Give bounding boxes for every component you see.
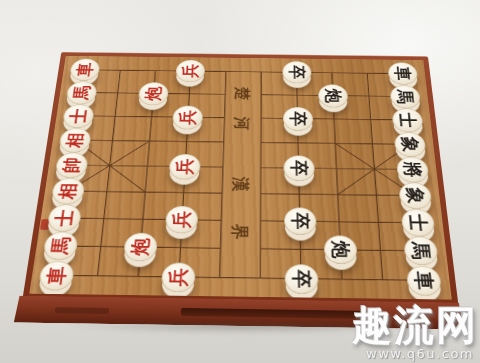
piece-character: 馬 (67, 82, 98, 104)
piece-red-炮[interactable]: 炮 (123, 233, 158, 262)
piece-red-相[interactable]: 相 (51, 178, 86, 205)
piece-character: 將 (397, 157, 429, 181)
piece-character: 車 (406, 266, 440, 294)
piece-character: 卒 (283, 62, 311, 83)
piece-character: 士 (48, 205, 82, 231)
piece-character: 炮 (124, 234, 157, 261)
piece-black-炮[interactable]: 炮 (318, 84, 349, 107)
piece-character: 相 (59, 128, 91, 151)
hinge-notch (54, 307, 108, 313)
watermark: 趣流网 www.q6u.com (352, 304, 478, 361)
photo-background: 楚河漢界 車馬士相帥相士馬車炮炮兵兵兵兵兵卒卒卒卒卒炮炮車馬士象將象士馬車 趣流… (0, 0, 480, 363)
piece-red-兵[interactable]: 兵 (165, 206, 199, 234)
piece-black-卒[interactable]: 卒 (284, 264, 318, 294)
piece-character: 車 (39, 261, 74, 289)
piece-character: 車 (70, 59, 100, 80)
piece-character: 卒 (285, 265, 317, 293)
piece-black-將[interactable]: 將 (396, 157, 430, 183)
watermark-site-name: 趣流网 (352, 304, 478, 346)
piece-character: 炮 (324, 236, 356, 263)
piece-red-士[interactable]: 士 (62, 104, 95, 128)
piece-black-馬[interactable]: 馬 (403, 237, 439, 266)
piece-character: 兵 (176, 61, 204, 82)
piece-red-帥[interactable]: 帥 (55, 152, 89, 178)
piece-red-馬[interactable]: 馬 (66, 81, 99, 104)
piece-black-卒[interactable]: 卒 (282, 107, 313, 131)
piece-black-炮[interactable]: 炮 (323, 236, 357, 265)
piece-character: 卒 (284, 208, 315, 234)
watermark-site-url: www.q6u.com (352, 346, 478, 361)
piece-black-象[interactable]: 象 (398, 182, 432, 209)
piece-character: 卒 (283, 107, 312, 130)
piece-black-馬[interactable]: 馬 (389, 85, 421, 108)
piece-character: 士 (392, 109, 423, 132)
piece-black-士[interactable]: 士 (391, 108, 423, 132)
piece-character: 炮 (319, 85, 348, 107)
piece-character: 象 (399, 183, 431, 208)
piece-black-車[interactable]: 車 (387, 62, 418, 85)
piece-black-象[interactable]: 象 (393, 132, 426, 157)
piece-character: 炮 (139, 82, 169, 104)
piece-character: 馬 (43, 233, 77, 260)
piece-character: 兵 (162, 263, 195, 291)
piece-red-相[interactable]: 相 (58, 128, 92, 153)
piece-character: 兵 (173, 106, 202, 129)
piece-red-兵[interactable]: 兵 (172, 105, 203, 129)
piece-character: 兵 (166, 207, 198, 233)
piece-character: 士 (63, 105, 94, 128)
piece-red-馬[interactable]: 馬 (42, 232, 79, 261)
piece-character: 卒 (284, 156, 314, 180)
drawer-slot (180, 308, 369, 319)
piece-character: 相 (52, 179, 85, 204)
piece-character: 象 (394, 133, 425, 157)
piece-red-車[interactable]: 車 (69, 59, 101, 81)
piece-red-兵[interactable]: 兵 (175, 60, 205, 83)
piece-red-士[interactable]: 士 (47, 204, 83, 232)
piece-character: 士 (401, 210, 434, 236)
xiangqi-board[interactable]: 楚河漢界 車馬士相帥相士馬車炮炮兵兵兵兵兵卒卒卒卒卒炮炮車馬士象將象士馬車 (22, 52, 458, 305)
piece-red-炮[interactable]: 炮 (138, 82, 169, 105)
piece-black-車[interactable]: 車 (405, 265, 442, 295)
piece-red-兵[interactable]: 兵 (169, 154, 201, 180)
pieces-layer: 車馬士相帥相士馬車炮炮兵兵兵兵兵卒卒卒卒卒炮炮車馬士象將象士馬車 (29, 56, 451, 300)
board-perspective-wrap: 楚河漢界 車馬士相帥相士馬車炮炮兵兵兵兵兵卒卒卒卒卒炮炮車馬士象將象士馬車 (22, 52, 458, 305)
piece-black-卒[interactable]: 卒 (284, 207, 317, 235)
piece-black-卒[interactable]: 卒 (283, 155, 315, 181)
board-surface: 楚河漢界 車馬士相帥相士馬車炮炮兵兵兵兵兵卒卒卒卒卒炮炮車馬士象將象士馬車 (29, 56, 451, 300)
piece-character: 馬 (390, 85, 420, 107)
piece-black-卒[interactable]: 卒 (282, 61, 311, 84)
piece-red-兵[interactable]: 兵 (161, 262, 196, 292)
piece-character: 車 (388, 63, 417, 84)
piece-black-士[interactable]: 士 (400, 209, 435, 237)
piece-character: 兵 (170, 155, 201, 179)
piece-character: 馬 (404, 237, 438, 264)
piece-character: 帥 (56, 153, 88, 177)
piece-red-車[interactable]: 車 (38, 260, 75, 290)
